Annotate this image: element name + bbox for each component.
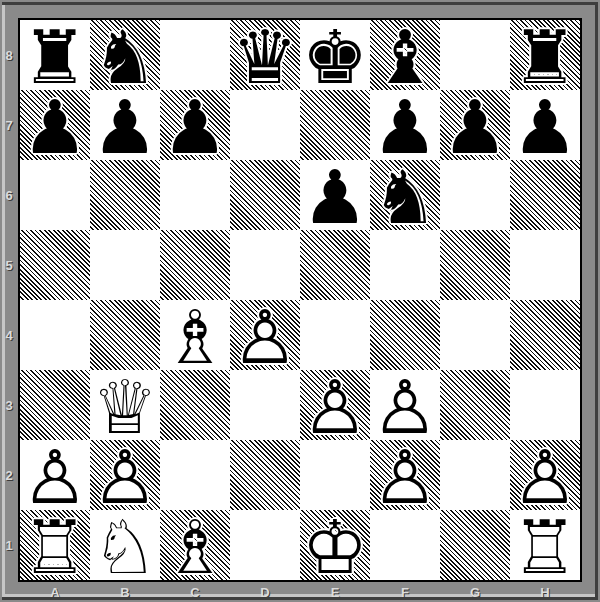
- square-e3[interactable]: ♟︎♙︎: [300, 370, 370, 440]
- square-a1[interactable]: ♜︎♖︎: [20, 510, 90, 580]
- square-d2[interactable]: [230, 440, 300, 510]
- black-pawn-icon[interactable]: ♟︎♟︎: [160, 90, 230, 160]
- white-rook-icon[interactable]: ♜︎♖︎: [510, 510, 580, 580]
- square-d8[interactable]: ♛︎♛︎: [230, 20, 300, 90]
- white-pawn-icon[interactable]: ♟︎♙︎: [300, 370, 370, 440]
- piece-glyph: ♔︎: [302, 510, 368, 584]
- piece-glyph: ♝︎: [372, 20, 438, 94]
- piece-glyph: ♕︎: [92, 370, 158, 444]
- file-label-c: C: [160, 582, 230, 602]
- square-h2[interactable]: ♟︎♙︎: [510, 440, 580, 510]
- square-h4[interactable]: [510, 300, 580, 370]
- square-f2[interactable]: ♟︎♙︎: [370, 440, 440, 510]
- square-c6[interactable]: [160, 160, 230, 230]
- white-pawn-icon[interactable]: ♟︎♙︎: [90, 440, 160, 510]
- white-queen-icon[interactable]: ♛︎♕︎: [90, 370, 160, 440]
- file-label-h: H: [510, 582, 580, 602]
- black-bishop-icon[interactable]: ♝︎♝︎: [370, 20, 440, 90]
- square-d3[interactable]: [230, 370, 300, 440]
- file-label-d: D: [230, 582, 300, 602]
- piece-glyph: ♞︎: [372, 160, 438, 234]
- file-labels: ABCDEFGH: [20, 582, 580, 602]
- piece-glyph: ♟︎: [162, 90, 228, 164]
- piece-glyph: ♙︎: [372, 370, 438, 444]
- square-h7[interactable]: ♟︎♟︎: [510, 90, 580, 160]
- rank-label-7: 7: [0, 90, 18, 160]
- square-d5[interactable]: [230, 230, 300, 300]
- square-b3[interactable]: ♛︎♕︎: [90, 370, 160, 440]
- piece-glyph: ♟︎: [22, 90, 88, 164]
- piece-glyph: ♟︎: [442, 90, 508, 164]
- piece-glyph: ♙︎: [372, 440, 438, 514]
- piece-glyph: ♖︎: [22, 510, 88, 584]
- white-pawn-icon[interactable]: ♟︎♙︎: [230, 300, 300, 370]
- square-a4[interactable]: [20, 300, 90, 370]
- white-knight-icon[interactable]: ♞︎♘︎: [90, 510, 160, 580]
- black-pawn-icon[interactable]: ♟︎♟︎: [510, 90, 580, 160]
- square-b4[interactable]: [90, 300, 160, 370]
- square-f1[interactable]: [370, 510, 440, 580]
- square-a7[interactable]: ♟︎♟︎: [20, 90, 90, 160]
- square-g7[interactable]: ♟︎♟︎: [440, 90, 510, 160]
- piece-glyph: ♚︎: [302, 20, 368, 94]
- square-d4[interactable]: ♟︎♙︎: [230, 300, 300, 370]
- black-pawn-icon[interactable]: ♟︎♟︎: [300, 160, 370, 230]
- white-bishop-icon[interactable]: ♝︎♗︎: [160, 300, 230, 370]
- piece-glyph: ♛︎: [232, 20, 298, 94]
- square-g8[interactable]: [440, 20, 510, 90]
- file-label-b: B: [90, 582, 160, 602]
- white-bishop-icon[interactable]: ♝︎♗︎: [160, 510, 230, 580]
- file-label-f: F: [370, 582, 440, 602]
- square-h6[interactable]: [510, 160, 580, 230]
- black-rook-icon[interactable]: ♜︎♜︎: [510, 20, 580, 90]
- square-f7[interactable]: ♟︎♟︎: [370, 90, 440, 160]
- square-d7[interactable]: [230, 90, 300, 160]
- square-b5[interactable]: [90, 230, 160, 300]
- black-rook-icon[interactable]: ♜︎♜︎: [20, 20, 90, 90]
- black-king-icon[interactable]: ♚︎♚︎: [300, 20, 370, 90]
- rank-label-1: 1: [0, 510, 18, 580]
- rank-label-6: 6: [0, 160, 18, 230]
- file-label-g: G: [440, 582, 510, 602]
- rank-label-4: 4: [0, 300, 18, 370]
- square-f4[interactable]: [370, 300, 440, 370]
- square-h3[interactable]: [510, 370, 580, 440]
- square-c2[interactable]: [160, 440, 230, 510]
- square-c1[interactable]: ♝︎♗︎: [160, 510, 230, 580]
- square-a5[interactable]: [20, 230, 90, 300]
- square-b1[interactable]: ♞︎♘︎: [90, 510, 160, 580]
- board: ♜︎♜︎♞︎♞︎♛︎♛︎♚︎♚︎♝︎♝︎♜︎♜︎♟︎♟︎♟︎♟︎♟︎♟︎♟︎♟︎…: [18, 18, 582, 582]
- square-f3[interactable]: ♟︎♙︎: [370, 370, 440, 440]
- piece-glyph: ♟︎: [372, 90, 438, 164]
- rank-label-3: 3: [0, 370, 18, 440]
- square-d6[interactable]: [230, 160, 300, 230]
- square-e2[interactable]: [300, 440, 370, 510]
- piece-glyph: ♖︎: [512, 510, 578, 584]
- piece-glyph: ♘︎: [92, 510, 158, 584]
- piece-glyph: ♙︎: [22, 440, 88, 514]
- square-c8[interactable]: [160, 20, 230, 90]
- square-g6[interactable]: [440, 160, 510, 230]
- square-c3[interactable]: [160, 370, 230, 440]
- square-h8[interactable]: ♜︎♜︎: [510, 20, 580, 90]
- square-e8[interactable]: ♚︎♚︎: [300, 20, 370, 90]
- square-c5[interactable]: [160, 230, 230, 300]
- white-king-icon[interactable]: ♚︎♔︎: [300, 510, 370, 580]
- piece-glyph: ♟︎: [512, 90, 578, 164]
- white-pawn-icon[interactable]: ♟︎♙︎: [370, 370, 440, 440]
- rank-label-8: 8: [0, 20, 18, 90]
- square-b7[interactable]: ♟︎♟︎: [90, 90, 160, 160]
- square-d1[interactable]: [230, 510, 300, 580]
- file-label-e: E: [300, 582, 370, 602]
- black-pawn-icon[interactable]: ♟︎♟︎: [440, 90, 510, 160]
- square-a8[interactable]: ♜︎♜︎: [20, 20, 90, 90]
- square-b2[interactable]: ♟︎♙︎: [90, 440, 160, 510]
- rank-label-5: 5: [0, 230, 18, 300]
- square-a2[interactable]: ♟︎♙︎: [20, 440, 90, 510]
- square-e4[interactable]: [300, 300, 370, 370]
- black-knight-icon[interactable]: ♞︎♞︎: [370, 160, 440, 230]
- white-rook-icon[interactable]: ♜︎♖︎: [20, 510, 90, 580]
- square-b8[interactable]: ♞︎♞︎: [90, 20, 160, 90]
- white-pawn-icon[interactable]: ♟︎♙︎: [510, 440, 580, 510]
- black-pawn-icon[interactable]: ♟︎♟︎: [370, 90, 440, 160]
- file-label-a: A: [20, 582, 90, 602]
- square-f6[interactable]: ♞︎♞︎: [370, 160, 440, 230]
- square-e6[interactable]: ♟︎♟︎: [300, 160, 370, 230]
- piece-glyph: ♙︎: [302, 370, 368, 444]
- rank-label-2: 2: [0, 440, 18, 510]
- piece-glyph: ♜︎: [22, 20, 88, 94]
- piece-glyph: ♞︎: [92, 20, 158, 94]
- square-c7[interactable]: ♟︎♟︎: [160, 90, 230, 160]
- square-e7[interactable]: [300, 90, 370, 160]
- square-b6[interactable]: [90, 160, 160, 230]
- piece-glyph: ♙︎: [92, 440, 158, 514]
- square-h1[interactable]: ♜︎♖︎: [510, 510, 580, 580]
- square-a3[interactable]: [20, 370, 90, 440]
- square-g1[interactable]: [440, 510, 510, 580]
- rank-labels: 87654321: [0, 20, 18, 580]
- square-g4[interactable]: [440, 300, 510, 370]
- square-c4[interactable]: ♝︎♗︎: [160, 300, 230, 370]
- black-queen-icon[interactable]: ♛︎♛︎: [230, 20, 300, 90]
- piece-glyph: ♙︎: [232, 300, 298, 374]
- piece-glyph: ♜︎: [512, 20, 578, 94]
- piece-glyph: ♙︎: [512, 440, 578, 514]
- black-knight-icon[interactable]: ♞︎♞︎: [90, 20, 160, 90]
- square-f5[interactable]: [370, 230, 440, 300]
- board-frame: 87654321 ♜︎♜︎♞︎♞︎♛︎♛︎♚︎♚︎♝︎♝︎♜︎♜︎♟︎♟︎♟︎♟…: [0, 0, 600, 602]
- square-g2[interactable]: [440, 440, 510, 510]
- square-g5[interactable]: [440, 230, 510, 300]
- piece-glyph: ♗︎: [162, 300, 228, 374]
- square-h5[interactable]: [510, 230, 580, 300]
- square-e1[interactable]: ♚︎♔︎: [300, 510, 370, 580]
- white-pawn-icon[interactable]: ♟︎♙︎: [20, 440, 90, 510]
- square-a6[interactable]: [20, 160, 90, 230]
- piece-glyph: ♟︎: [92, 90, 158, 164]
- square-e5[interactable]: [300, 230, 370, 300]
- square-f8[interactable]: ♝︎♝︎: [370, 20, 440, 90]
- black-pawn-icon[interactable]: ♟︎♟︎: [20, 90, 90, 160]
- piece-glyph: ♟︎: [302, 160, 368, 234]
- square-g3[interactable]: [440, 370, 510, 440]
- black-pawn-icon[interactable]: ♟︎♟︎: [90, 90, 160, 160]
- piece-glyph: ♗︎: [162, 510, 228, 584]
- white-pawn-icon[interactable]: ♟︎♙︎: [370, 440, 440, 510]
